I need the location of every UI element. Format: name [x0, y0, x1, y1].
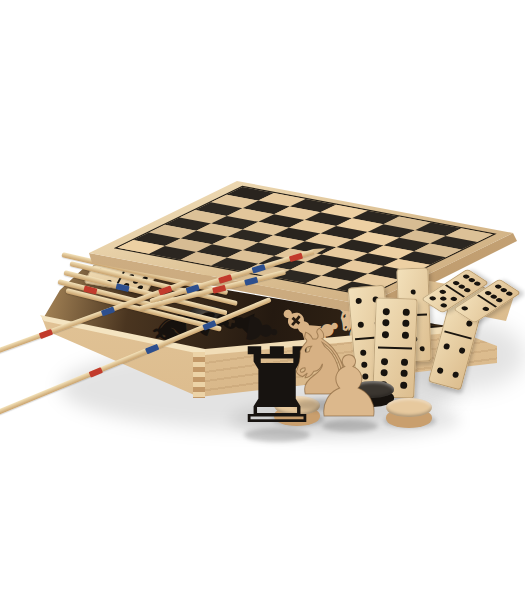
light-pawn-piece: ♟: [311, 345, 386, 429]
domino-pip: [402, 331, 409, 338]
domino-pip: [411, 289, 416, 294]
domino-pip: [473, 280, 482, 286]
mikado-stick-band: [39, 328, 53, 338]
domino-pip: [458, 347, 465, 354]
domino-pip: [439, 303, 448, 309]
domino-pip: [400, 381, 407, 388]
domino-pip: [382, 331, 389, 338]
domino-pip: [460, 306, 469, 312]
domino-pip: [428, 296, 437, 302]
domino-pip: [420, 346, 425, 351]
light-checker-right: [386, 398, 432, 428]
domino-pip: [402, 308, 409, 315]
domino-pip: [402, 320, 409, 327]
games-box-product-photo: ♞♟♝♟♝♟♞♟♛♝ ♜ ♞ ♟: [0, 0, 525, 600]
domino-pip: [449, 296, 458, 302]
domino-pip: [452, 371, 459, 378]
domino-pip: [400, 370, 407, 377]
domino-pip: [383, 308, 390, 315]
domino-pip: [443, 343, 450, 350]
domino-pip: [439, 296, 448, 302]
box-corner-finger-joints: [193, 352, 205, 398]
domino-pip: [481, 306, 490, 312]
domino-pip: [355, 298, 362, 305]
domino-divider: [444, 330, 471, 339]
domino-pip: [383, 319, 390, 326]
domino-pip: [439, 289, 448, 295]
domino-pip: [401, 358, 408, 365]
domino-pip: [505, 290, 514, 296]
domino-pip: [437, 367, 444, 374]
domino-pip: [494, 297, 503, 303]
domino-pip: [462, 287, 471, 293]
